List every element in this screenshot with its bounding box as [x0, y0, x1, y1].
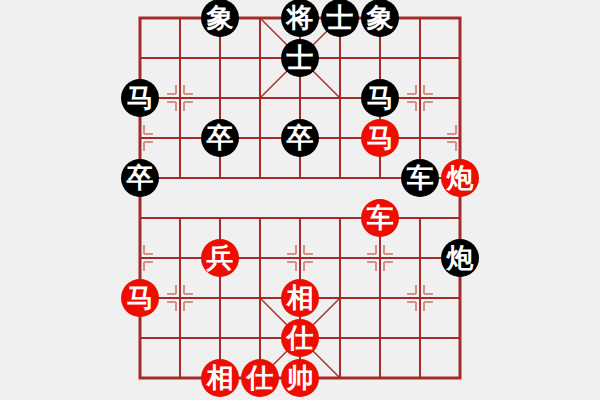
red-chariot-glyph: 车 — [367, 204, 394, 231]
black-soldier[interactable]: 卒 — [201, 119, 239, 157]
red-horse[interactable]: 马 — [361, 119, 399, 157]
black-horse[interactable]: 马 — [361, 79, 399, 117]
black-soldier-glyph: 卒 — [287, 124, 314, 151]
black-cannon-glyph: 炮 — [447, 244, 474, 271]
black-soldier[interactable]: 卒 — [281, 119, 319, 157]
black-horse[interactable]: 马 — [121, 79, 159, 117]
red-advisor-glyph: 仕 — [247, 364, 274, 391]
red-chariot[interactable]: 车 — [361, 199, 399, 237]
black-advisor[interactable]: 士 — [321, 0, 359, 37]
black-chariot-glyph: 车 — [407, 164, 434, 191]
red-general-glyph: 帅 — [287, 364, 314, 391]
black-elephant-glyph: 象 — [207, 4, 234, 31]
black-soldier-glyph: 卒 — [207, 124, 234, 151]
xiangqi-app: 象将士象士马马卒卒马卒车炮车兵炮马相仕相仕帅 — [0, 0, 600, 400]
black-advisor[interactable]: 士 — [281, 39, 319, 77]
black-advisor-glyph: 士 — [327, 4, 354, 31]
red-elephant[interactable]: 相 — [201, 359, 239, 397]
xiangqi-board[interactable]: 象将士象士马马卒卒马卒车炮车兵炮马相仕相仕帅 — [0, 0, 600, 400]
red-soldier[interactable]: 兵 — [201, 239, 239, 277]
black-soldier[interactable]: 卒 — [121, 159, 159, 197]
black-advisor-glyph: 士 — [287, 44, 314, 71]
red-soldier-glyph: 兵 — [207, 244, 234, 271]
black-horse-glyph: 马 — [127, 84, 154, 111]
black-general-glyph: 将 — [287, 4, 314, 31]
black-horse-glyph: 马 — [367, 84, 394, 111]
black-elephant[interactable]: 象 — [201, 0, 239, 37]
pieces-layer: 象将士象士马马卒卒马卒车炮车兵炮马相仕相仕帅 — [120, 0, 480, 398]
red-general[interactable]: 帅 — [281, 359, 319, 397]
black-general[interactable]: 将 — [281, 0, 319, 37]
red-elephant-glyph: 相 — [207, 364, 234, 391]
black-chariot[interactable]: 车 — [401, 159, 439, 197]
black-cannon[interactable]: 炮 — [441, 239, 479, 277]
red-horse[interactable]: 马 — [121, 279, 159, 317]
red-cannon-glyph: 炮 — [447, 164, 474, 191]
red-elephant-glyph: 相 — [287, 284, 314, 311]
red-advisor-glyph: 仕 — [287, 324, 314, 351]
red-elephant[interactable]: 相 — [281, 279, 319, 317]
red-horse-glyph: 马 — [127, 284, 154, 311]
black-elephant[interactable]: 象 — [361, 0, 399, 37]
red-advisor[interactable]: 仕 — [241, 359, 279, 397]
red-cannon[interactable]: 炮 — [441, 159, 479, 197]
red-advisor[interactable]: 仕 — [281, 319, 319, 357]
black-elephant-glyph: 象 — [367, 4, 394, 31]
black-soldier-glyph: 卒 — [127, 164, 154, 191]
red-horse-glyph: 马 — [367, 124, 394, 151]
